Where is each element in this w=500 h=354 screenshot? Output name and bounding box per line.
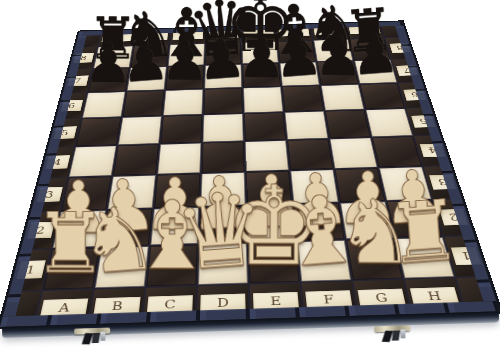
coord-bottom-b: B: [89, 288, 144, 324]
square-a6[interactable]: [82, 92, 125, 118]
square-b5[interactable]: [118, 116, 161, 144]
square-c5[interactable]: [160, 115, 202, 143]
coord-bottom-f: F: [301, 281, 356, 317]
chess-set-photo: ABCDEFGH8♜♞♝♛♚♝♞♜87♟♟♟♟♟♟♟♟7665544332♟♟♟…: [0, 0, 500, 354]
square-f5[interactable]: [285, 111, 328, 139]
latch-pin: [400, 329, 405, 338]
piece-black-pawn[interactable]: ♟: [349, 31, 401, 78]
square-e5[interactable]: [244, 113, 286, 141]
square-g6[interactable]: [321, 84, 364, 110]
square-g5[interactable]: [325, 110, 370, 138]
square-b6[interactable]: [123, 91, 164, 117]
square-h7[interactable]: ♟: [354, 60, 397, 84]
box-latch-right: [374, 325, 415, 348]
square-h6[interactable]: [360, 83, 405, 109]
piece-white-rook[interactable]: ♜: [384, 197, 463, 269]
box-latch-left: [74, 327, 115, 350]
latch-hook: [92, 333, 100, 343]
square-d5[interactable]: [203, 114, 244, 142]
chess-board: ABCDEFGH8♜♞♝♛♚♝♞♜87♟♟♟♟♟♟♟♟7665544332♟♟♟…: [0, 21, 500, 327]
latch-hook: [392, 330, 400, 340]
coord-bottom-g: G: [353, 280, 411, 316]
square-a5[interactable]: [76, 118, 121, 146]
coord-bottom-c: C: [143, 286, 196, 322]
coord-bottom-h-label: H: [410, 287, 459, 305]
square-c6[interactable]: [163, 89, 203, 115]
coord-bottom-a-label: A: [40, 298, 88, 316]
square-d6[interactable]: [204, 88, 243, 114]
square-a1[interactable]: ♜: [43, 248, 99, 290]
square-h5[interactable]: [366, 109, 413, 137]
square-d7[interactable]: ♟: [205, 64, 242, 88]
piece-white-queen[interactable]: ♛: [171, 188, 268, 276]
square-f6[interactable]: [282, 86, 323, 112]
square-h1[interactable]: ♜: [395, 237, 454, 278]
latch-pin: [100, 332, 105, 341]
square-d1[interactable]: ♛: [198, 243, 248, 284]
square-e6[interactable]: [243, 87, 283, 113]
piece-white-rook[interactable]: ♜: [33, 210, 108, 277]
